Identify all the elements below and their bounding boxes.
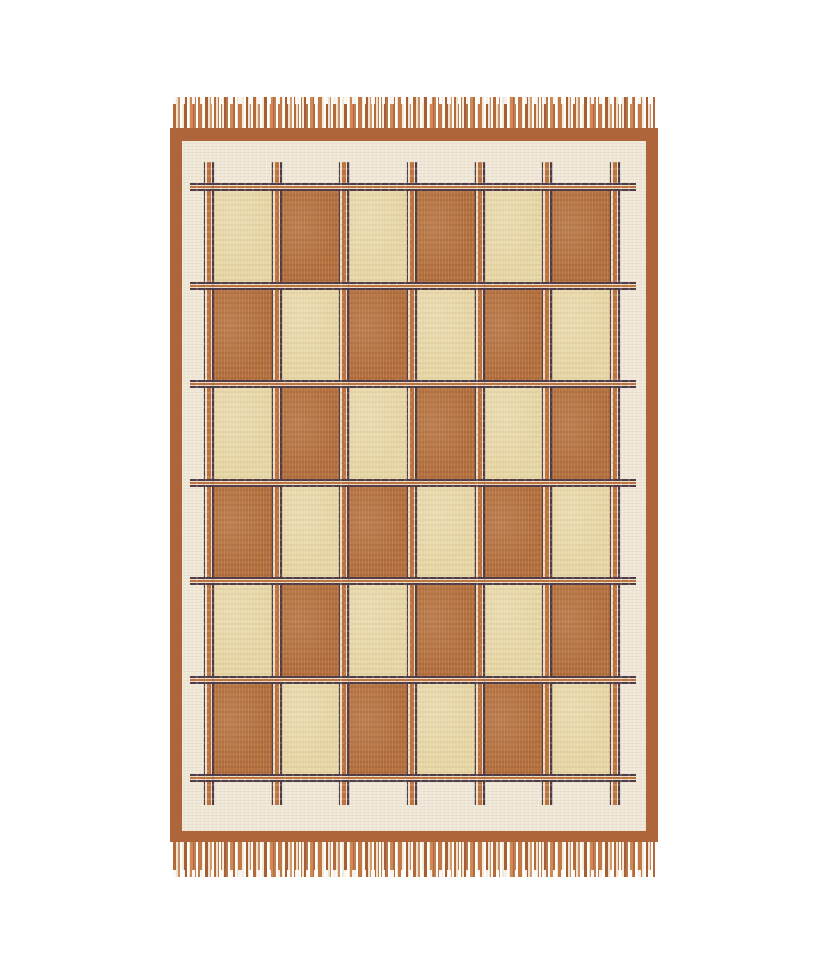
square-r1c3 bbox=[344, 187, 412, 286]
square-r5c3 bbox=[344, 581, 412, 680]
square-r5c1 bbox=[209, 581, 277, 680]
square-r4c6 bbox=[547, 483, 615, 582]
rug bbox=[170, 97, 658, 877]
gridline-horizontal-2 bbox=[190, 380, 636, 388]
square-r4c5 bbox=[480, 483, 548, 582]
square-r6c2 bbox=[277, 680, 345, 779]
square-r3c1 bbox=[209, 384, 277, 483]
square-r2c3 bbox=[344, 286, 412, 385]
square-r4c3 bbox=[344, 483, 412, 582]
square-r3c3 bbox=[344, 384, 412, 483]
square-r6c3 bbox=[344, 680, 412, 779]
square-r5c5 bbox=[480, 581, 548, 680]
square-r6c4 bbox=[412, 680, 480, 779]
square-r6c5 bbox=[480, 680, 548, 779]
gridline-horizontal-4 bbox=[190, 577, 636, 585]
square-r5c2 bbox=[277, 581, 345, 680]
square-r1c6 bbox=[547, 187, 615, 286]
rug-body-edge-band bbox=[170, 128, 658, 842]
square-r2c1 bbox=[209, 286, 277, 385]
square-r1c1 bbox=[209, 187, 277, 286]
fringe-top bbox=[173, 97, 655, 128]
square-r4c4 bbox=[412, 483, 480, 582]
square-r1c2 bbox=[277, 187, 345, 286]
square-r3c2 bbox=[277, 384, 345, 483]
gridline-horizontal-5 bbox=[190, 676, 636, 684]
rug-border-field bbox=[182, 141, 646, 831]
square-r2c5 bbox=[480, 286, 548, 385]
square-r2c2 bbox=[277, 286, 345, 385]
square-r2c4 bbox=[412, 286, 480, 385]
square-r3c5 bbox=[480, 384, 548, 483]
square-r1c5 bbox=[480, 187, 548, 286]
gridline-horizontal-6 bbox=[190, 774, 636, 782]
square-r4c1 bbox=[209, 483, 277, 582]
square-r5c4 bbox=[412, 581, 480, 680]
gridline-horizontal-0 bbox=[190, 183, 636, 191]
checkerboard bbox=[209, 187, 615, 778]
square-r6c6 bbox=[547, 680, 615, 779]
square-r3c4 bbox=[412, 384, 480, 483]
fringe-bottom bbox=[173, 842, 655, 877]
square-r2c6 bbox=[547, 286, 615, 385]
gridline-horizontal-1 bbox=[190, 282, 636, 290]
square-r5c6 bbox=[547, 581, 615, 680]
square-r6c1 bbox=[209, 680, 277, 779]
square-r3c6 bbox=[547, 384, 615, 483]
square-r4c2 bbox=[277, 483, 345, 582]
gridline-horizontal-3 bbox=[190, 479, 636, 487]
product-photo-scene bbox=[0, 0, 831, 970]
square-r1c4 bbox=[412, 187, 480, 286]
